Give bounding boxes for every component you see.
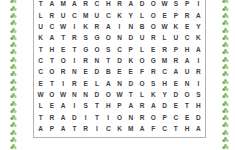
grid-cell-r10c14: T: [181, 101, 192, 112]
grid-cell-r1c8: R: [114, 0, 125, 10]
grid-cell-r12c2: P: [46, 124, 57, 135]
grid-cell-r8c15: I: [193, 78, 204, 89]
grid-cell-r5c10: L: [136, 44, 147, 55]
shamrock-icon: [10, 144, 16, 150]
shamrock-icon: [222, 0, 228, 4]
grid-cell-r2c1: L: [35, 10, 46, 21]
grid-cell-r2c2: R: [46, 10, 57, 21]
grid-cell-r12c8: K: [114, 124, 125, 135]
grid-cell-r4c5: S: [80, 33, 91, 44]
grid-cell-r12c7: C: [103, 124, 114, 135]
grid-cell-r12c1: A: [35, 124, 46, 135]
grid-cell-r9c2: O: [46, 90, 57, 101]
grid-cell-r4c13: U: [170, 33, 181, 44]
shamrock-icon: [222, 49, 228, 55]
grid-cell-r6c4: I: [69, 56, 80, 67]
grid-cell-r6c9: K: [125, 56, 136, 67]
grid-cell-r5c11: E: [148, 44, 159, 55]
grid-cell-r6c8: D: [114, 56, 125, 67]
grid-cell-r2c13: P: [170, 10, 181, 21]
grid-cell-r9c6: D: [91, 90, 102, 101]
grid-cell-r2c8: K: [114, 10, 125, 21]
grid-cell-r4c2: A: [46, 33, 57, 44]
grid-cell-r12c11: F: [148, 124, 159, 135]
grid-cell-r10c4: I: [69, 101, 80, 112]
grid-cell-r9c7: O: [103, 90, 114, 101]
grid-cell-r11c4: D: [69, 112, 80, 123]
grid-cell-r4c7: O: [103, 33, 114, 44]
grid-cell-r10c2: E: [46, 101, 57, 112]
grid-cell-r8c12: H: [159, 78, 170, 89]
grid-cell-r9c5: N: [80, 90, 91, 101]
shamrock-icon: [222, 93, 228, 99]
grid-cell-r1c7: H: [103, 0, 114, 10]
grid-cell-r4c6: G: [91, 33, 102, 44]
shamrock-icon: [222, 20, 228, 26]
grid-cell-r6c11: G: [148, 56, 159, 67]
shamrock-icon: [10, 34, 16, 40]
shamrock-icon: [10, 86, 16, 92]
grid-cell-r6c5: R: [80, 56, 91, 67]
shamrock-icon: [222, 56, 228, 62]
shamrock-icon: [10, 56, 16, 62]
shamrock-icon: [10, 137, 16, 143]
grid-cell-r8c2: T: [46, 78, 57, 89]
grid-cell-r4c3: T: [58, 33, 69, 44]
grid-cell-r12c3: A: [58, 124, 69, 135]
shamrock-icon: [10, 115, 16, 121]
shamrock-icon: [10, 64, 16, 70]
grid-cell-r3c15: Y: [193, 22, 204, 33]
grid-cell-r8c10: O: [136, 78, 147, 89]
grid-cell-r8c9: D: [125, 78, 136, 89]
grid-cell-r7c12: C: [159, 67, 170, 78]
shamrock-icon: [222, 144, 228, 150]
grid-cell-r2c5: M: [80, 10, 91, 21]
grid-cell-r6c2: T: [46, 56, 57, 67]
grid-cell-r7c3: R: [58, 67, 69, 78]
grid-cell-r5c8: C: [114, 44, 125, 55]
shamrock-icon: [10, 122, 16, 128]
grid-cell-r3c9: N: [125, 22, 136, 33]
grid-cell-r1c15: I: [193, 0, 204, 10]
grid-cell-r5c15: A: [193, 44, 204, 55]
grid-cell-r11c9: N: [125, 112, 136, 123]
grid-cell-r9c13: D: [170, 90, 181, 101]
grid-cell-r7c7: B: [103, 67, 114, 78]
shamrock-border-right: [222, 0, 228, 150]
word-search-page: TAMARCHRADOWSPILRUCMUCKYLOEPRAUCWIKRAINB…: [0, 0, 235, 150]
shamrock-border-left: [10, 0, 16, 150]
grid-cell-r1c11: O: [148, 0, 159, 10]
grid-cell-r5c2: H: [46, 44, 57, 55]
grid-cell-r4c14: C: [181, 33, 192, 44]
grid-cell-r4c1: K: [35, 33, 46, 44]
grid-cell-r3c8: I: [114, 22, 125, 33]
grid-cell-r3c3: W: [58, 22, 69, 33]
grid-cell-r4c10: U: [136, 33, 147, 44]
grid-cell-r5c12: R: [159, 44, 170, 55]
grid-cell-r5c1: T: [35, 44, 46, 55]
grid-cell-r12c4: T: [69, 124, 80, 135]
grid-cell-r11c1: T: [35, 112, 46, 123]
grid-cell-r8c3: I: [58, 78, 69, 89]
grid-cell-r7c4: N: [69, 67, 80, 78]
grid-cell-r11c8: O: [114, 112, 125, 123]
grid-cell-r2c3: U: [58, 10, 69, 21]
grid-cell-r6c10: O: [136, 56, 147, 67]
grid-cell-r5c4: T: [69, 44, 80, 55]
grid-cell-r7c13: A: [170, 67, 181, 78]
grid-cell-r9c11: K: [148, 90, 159, 101]
grid-cell-r10c15: H: [193, 101, 204, 112]
grid-cell-r10c7: H: [103, 101, 114, 112]
shamrock-icon: [222, 137, 228, 143]
shamrock-icon: [222, 78, 228, 84]
grid-cell-r6c1: C: [35, 56, 46, 67]
grid-cell-r9c12: Y: [159, 90, 170, 101]
grid-cell-r6c12: M: [159, 56, 170, 67]
grid-cell-r12c12: C: [159, 124, 170, 135]
grid-cell-r1c12: W: [159, 0, 170, 10]
grid-cell-r4c8: N: [114, 33, 125, 44]
grid-cell-r9c10: L: [136, 90, 147, 101]
grid-cell-r5c9: P: [125, 44, 136, 55]
grid-cell-r11c5: I: [80, 112, 91, 123]
grid-cell-r3c12: W: [159, 22, 170, 33]
grid-cell-r10c8: P: [114, 101, 125, 112]
grid-cell-r4c4: R: [69, 33, 80, 44]
grid-cell-r3c1: U: [35, 22, 46, 33]
grid-cell-r8c7: A: [103, 78, 114, 89]
grid-cell-r2c10: L: [136, 10, 147, 21]
grid-cell-r8c8: N: [114, 78, 125, 89]
shamrock-icon: [222, 122, 228, 128]
grid-cell-r3c5: K: [80, 22, 91, 33]
grid-cell-r1c14: P: [181, 0, 192, 10]
grid-cell-r12c15: A: [193, 124, 204, 135]
shamrock-icon: [222, 86, 228, 92]
grid-cell-r4c15: K: [193, 33, 204, 44]
shamrock-icon: [222, 13, 228, 19]
shamrock-icon: [10, 20, 16, 26]
grid-cell-r8c14: N: [181, 78, 192, 89]
shamrock-icon: [10, 78, 16, 84]
shamrock-icon: [222, 5, 228, 11]
grid-cell-r9c15: S: [193, 90, 204, 101]
grid-cell-r7c9: E: [125, 67, 136, 78]
grid-cell-r11c3: A: [58, 112, 69, 123]
grid-cell-r6c3: O: [58, 56, 69, 67]
grid-cell-r3c11: O: [148, 22, 159, 33]
grid-cell-r9c9: T: [125, 90, 136, 101]
grid-cell-r11c11: O: [148, 112, 159, 123]
grid-cell-r1c4: A: [69, 0, 80, 10]
grid-cell-r2c11: O: [148, 10, 159, 21]
grid-cell-r1c2: A: [46, 0, 57, 10]
grid-cell-r8c1: E: [35, 78, 46, 89]
grid-cell-r10c6: T: [91, 101, 102, 112]
grid-cell-r1c6: C: [91, 0, 102, 10]
grid-cell-r9c8: W: [114, 90, 125, 101]
grid-cell-r6c14: A: [181, 56, 192, 67]
shamrock-icon: [222, 42, 228, 48]
grid-cell-r10c13: E: [170, 101, 181, 112]
shamrock-icon: [222, 64, 228, 70]
grid-cell-r12c13: T: [170, 124, 181, 135]
shamrock-icon: [10, 93, 16, 99]
shamrock-icon: [10, 0, 16, 4]
grid-cell-r5c14: H: [181, 44, 192, 55]
shamrock-icon: [222, 107, 228, 113]
grid-cell-r12c5: R: [80, 124, 91, 135]
grid-cell-r1c13: S: [170, 0, 181, 10]
grid-cell-r10c12: D: [159, 101, 170, 112]
grid-cell-r3c6: R: [91, 22, 102, 33]
grid-cell-r8c6: L: [91, 78, 102, 89]
grid-cell-r6c7: T: [103, 56, 114, 67]
grid-cell-r8c13: E: [170, 78, 181, 89]
grid-cell-r9c14: O: [181, 90, 192, 101]
shamrock-icon: [10, 5, 16, 11]
shamrock-icon: [10, 13, 16, 19]
grid-cell-r10c3: A: [58, 101, 69, 112]
grid-cell-r8c5: E: [80, 78, 91, 89]
grid-cell-r7c10: F: [136, 67, 147, 78]
grid-cell-r11c6: T: [91, 112, 102, 123]
grid-cell-r9c4: N: [69, 90, 80, 101]
grid-cell-r10c5: S: [80, 101, 91, 112]
grid-cell-r10c11: A: [148, 101, 159, 112]
grid-cell-r5c6: O: [91, 44, 102, 55]
grid-cell-r7c8: E: [114, 67, 125, 78]
shamrock-icon: [10, 42, 16, 48]
grid-cell-r11c10: R: [136, 112, 147, 123]
shamrock-icon: [10, 129, 16, 135]
grid-cell-r1c9: A: [125, 0, 136, 10]
grid-cell-r11c14: E: [181, 112, 192, 123]
grid-cell-r11c7: I: [103, 112, 114, 123]
grid-cell-r2c4: C: [69, 10, 80, 21]
shamrock-icon: [10, 71, 16, 77]
grid-cell-r2c9: Y: [125, 10, 136, 21]
grid-cell-r1c3: M: [58, 0, 69, 10]
grid-cell-r12c9: M: [125, 124, 136, 135]
grid-cell-r6c15: I: [193, 56, 204, 67]
grid-cell-r8c4: R: [69, 78, 80, 89]
grid-cell-r12c10: A: [136, 124, 147, 135]
grid-cell-r3c7: A: [103, 22, 114, 33]
grid-cell-r10c10: R: [136, 101, 147, 112]
grid-cell-r11c13: C: [170, 112, 181, 123]
grid-cell-r7c14: U: [181, 67, 192, 78]
grid-cell-r1c1: T: [35, 0, 46, 10]
grid-cell-r6c13: R: [170, 56, 181, 67]
grid-cell-r10c1: L: [35, 101, 46, 112]
shamrock-icon: [222, 100, 228, 106]
grid-cell-r11c2: R: [46, 112, 57, 123]
grid-cell-r5c5: G: [80, 44, 91, 55]
shamrock-icon: [222, 129, 228, 135]
word-search-grid: TAMARCHRADOWSPILRUCMUCKYLOEPRAUCWIKRAINB…: [33, 0, 206, 138]
grid-cell-r3c10: B: [136, 22, 147, 33]
grid-cell-r7c11: R: [148, 67, 159, 78]
grid-cell-r7c1: C: [35, 67, 46, 78]
grid-cell-r6c6: N: [91, 56, 102, 67]
grid-cell-r2c15: A: [193, 10, 204, 21]
grid-cell-r9c1: W: [35, 90, 46, 101]
grid-cell-r8c11: S: [148, 78, 159, 89]
shamrock-icon: [10, 27, 16, 33]
shamrock-icon: [222, 34, 228, 40]
shamrock-icon: [222, 115, 228, 121]
grid-cell-r11c12: P: [159, 112, 170, 123]
grid-cell-r7c15: R: [193, 67, 204, 78]
shamrock-icon: [10, 100, 16, 106]
grid-cell-r12c14: H: [181, 124, 192, 135]
grid-cell-r4c11: R: [148, 33, 159, 44]
grid-cell-r11c15: D: [193, 112, 204, 123]
grid-cell-r3c13: K: [170, 22, 181, 33]
grid-cell-r5c7: S: [103, 44, 114, 55]
grid-cell-r5c3: E: [58, 44, 69, 55]
grid-cell-r1c5: R: [80, 0, 91, 10]
grid-cell-r2c12: E: [159, 10, 170, 21]
grid-cell-r3c2: C: [46, 22, 57, 33]
grid-cell-r2c7: C: [103, 10, 114, 21]
grid-cell-r7c2: O: [46, 67, 57, 78]
grid-cell-r9c3: W: [58, 90, 69, 101]
grid-cell-r5c13: P: [170, 44, 181, 55]
grid-cell-r7c5: E: [80, 67, 91, 78]
shamrock-icon: [10, 107, 16, 113]
grid-cell-r4c9: D: [125, 33, 136, 44]
grid-cell-r4c12: L: [159, 33, 170, 44]
grid-cell-r3c14: E: [181, 22, 192, 33]
grid-cell-r10c9: A: [125, 101, 136, 112]
grid-cell-r3c4: I: [69, 22, 80, 33]
shamrock-icon: [222, 27, 228, 33]
grid-cell-r2c14: R: [181, 10, 192, 21]
grid-cell-r12c6: I: [91, 124, 102, 135]
grid-cell-r7c6: D: [91, 67, 102, 78]
shamrock-icon: [222, 71, 228, 77]
grid-cell-r1c10: D: [136, 0, 147, 10]
grid-cell-r2c6: U: [91, 10, 102, 21]
shamrock-icon: [10, 49, 16, 55]
